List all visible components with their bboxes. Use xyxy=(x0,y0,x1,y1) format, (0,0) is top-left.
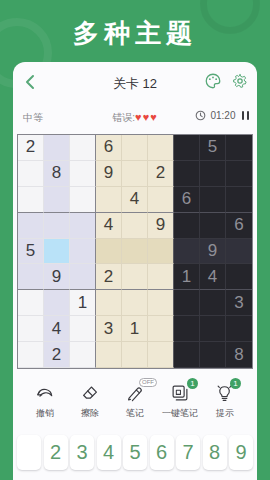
cell-r5c2[interactable] xyxy=(44,239,70,265)
auto-notes-count-badge: 1 xyxy=(187,378,198,389)
cell-r5c5[interactable] xyxy=(122,239,148,265)
tool-label: 撤销 xyxy=(36,407,54,420)
cell-r8c1[interactable] xyxy=(18,316,44,342)
cell-r7c4[interactable] xyxy=(96,290,122,316)
cell-r4c8[interactable] xyxy=(200,213,226,239)
numpad-key-9[interactable]: 9 xyxy=(229,435,253,470)
cell-r8c8[interactable] xyxy=(200,316,226,342)
cell-r1c4[interactable]: 6 xyxy=(96,135,122,161)
numpad-key-1-empty[interactable] xyxy=(17,435,41,470)
cell-r6c9[interactable] xyxy=(226,264,252,290)
cell-r5c7[interactable] xyxy=(174,239,200,265)
cell-r4c3[interactable] xyxy=(70,213,96,239)
pause-button[interactable] xyxy=(240,111,250,120)
cell-r9c9[interactable]: 8 xyxy=(226,342,252,368)
cell-r3c4[interactable] xyxy=(96,187,122,213)
cell-r8c7[interactable] xyxy=(174,316,200,342)
error-label: 错误: xyxy=(112,112,135,123)
cell-r9c6[interactable] xyxy=(148,342,174,368)
cell-r1c7[interactable] xyxy=(174,135,200,161)
promo-banner: 多种主题 xyxy=(0,0,270,62)
cell-r7c2[interactable] xyxy=(44,290,70,316)
timer-value: 01:20 xyxy=(210,110,235,121)
numpad-key-6[interactable]: 6 xyxy=(150,435,174,470)
cell-r9c4[interactable] xyxy=(96,342,122,368)
cell-r2c3[interactable] xyxy=(70,161,96,187)
numpad-key-4[interactable]: 4 xyxy=(97,435,121,470)
cell-r6c3[interactable] xyxy=(70,264,96,290)
cell-r1c1[interactable]: 2 xyxy=(18,135,44,161)
numpad-key-7[interactable]: 7 xyxy=(176,435,200,470)
numpad-key-2[interactable]: 2 xyxy=(44,435,68,470)
cell-r6c6[interactable] xyxy=(148,264,174,290)
cell-r2c9[interactable] xyxy=(226,161,252,187)
cell-r9c7[interactable] xyxy=(174,342,200,368)
cell-r4c6[interactable]: 9 xyxy=(148,213,174,239)
cell-r3c9[interactable] xyxy=(226,187,252,213)
cell-r8c3[interactable] xyxy=(70,316,96,342)
hearts: ♥♥♥ xyxy=(135,112,158,123)
cell-r3c7[interactable]: 6 xyxy=(174,187,200,213)
cell-r3c2[interactable] xyxy=(44,187,70,213)
cell-r6c7[interactable]: 1 xyxy=(174,264,200,290)
cell-r8c4[interactable]: 3 xyxy=(96,316,122,342)
cell-r4c9[interactable]: 6 xyxy=(226,213,252,239)
cell-r1c9[interactable] xyxy=(226,135,252,161)
cell-r1c2[interactable] xyxy=(44,135,70,161)
cell-r5c8[interactable]: 9 xyxy=(200,239,226,265)
undo-button[interactable]: 撤销 xyxy=(23,382,67,420)
palette-icon[interactable] xyxy=(204,72,222,90)
cell-r4c7[interactable] xyxy=(174,213,200,239)
cell-r8c6[interactable] xyxy=(148,316,174,342)
tool-label: 笔记 xyxy=(126,407,144,420)
cell-r6c1[interactable] xyxy=(18,264,44,290)
cell-r7c7[interactable] xyxy=(174,290,200,316)
cell-r2c1[interactable] xyxy=(18,161,44,187)
cell-r5c9[interactable] xyxy=(226,239,252,265)
cell-r4c2[interactable] xyxy=(44,213,70,239)
cell-r8c2[interactable]: 4 xyxy=(44,316,70,342)
cell-r2c8[interactable] xyxy=(200,161,226,187)
cell-r1c8[interactable]: 5 xyxy=(200,135,226,161)
cell-r4c1[interactable] xyxy=(18,213,44,239)
tool-label: 一键笔记 xyxy=(162,407,198,420)
cell-r6c2[interactable]: 9 xyxy=(44,264,70,290)
cell-r1c5[interactable] xyxy=(122,135,148,161)
hint-button[interactable]: 1 提示 xyxy=(203,382,247,420)
tool-label: 提示 xyxy=(216,407,234,420)
heart-icon: ♥ xyxy=(135,111,143,123)
app-header: 关卡 12 xyxy=(13,62,257,102)
timer-clock-icon xyxy=(195,110,206,121)
cell-r9c2[interactable]: 2 xyxy=(44,342,70,368)
heart-icon: ♥ xyxy=(150,111,158,123)
cell-r3c5[interactable]: 4 xyxy=(122,187,148,213)
cell-r7c8[interactable] xyxy=(200,290,226,316)
numpad-key-8[interactable]: 8 xyxy=(203,435,227,470)
cell-r2c4[interactable]: 9 xyxy=(96,161,122,187)
app-card: 关卡 12 中等 错误:♥♥♥ 01:20 2658924649 xyxy=(13,62,257,480)
tool-label: 擦除 xyxy=(81,407,99,420)
numpad-key-3[interactable]: 3 xyxy=(70,435,94,470)
cell-r2c5[interactable] xyxy=(122,161,148,187)
cell-r7c9[interactable]: 3 xyxy=(226,290,252,316)
cell-r9c3[interactable] xyxy=(70,342,96,368)
cell-r3c3[interactable] xyxy=(70,187,96,213)
cell-r6c4[interactable]: 2 xyxy=(96,264,122,290)
cell-r8c5[interactable]: 1 xyxy=(122,316,148,342)
cell-r5c1[interactable]: 5 xyxy=(18,239,44,265)
cell-r1c6[interactable] xyxy=(148,135,174,161)
undo-icon xyxy=(34,382,56,404)
cell-r3c8[interactable] xyxy=(200,187,226,213)
cell-r2c6[interactable]: 2 xyxy=(148,161,174,187)
cell-r6c8[interactable]: 4 xyxy=(200,264,226,290)
cell-r4c4[interactable]: 4 xyxy=(96,213,122,239)
numpad-key-5[interactable]: 5 xyxy=(123,435,147,470)
cell-r9c5[interactable] xyxy=(122,342,148,368)
notes-off-badge: OFF xyxy=(139,378,157,387)
cell-r1c3[interactable] xyxy=(70,135,96,161)
cell-r5c3[interactable] xyxy=(70,239,96,265)
cell-r2c2[interactable]: 8 xyxy=(44,161,70,187)
cell-r6c5[interactable] xyxy=(122,264,148,290)
notes-button[interactable]: OFF 笔记 xyxy=(113,382,157,420)
cell-r8c9[interactable] xyxy=(226,316,252,342)
cell-r7c1[interactable] xyxy=(18,290,44,316)
hint-count-badge: 1 xyxy=(230,378,241,389)
eraser-icon xyxy=(79,382,101,404)
cell-r4c5[interactable] xyxy=(122,213,148,239)
cell-r7c6[interactable] xyxy=(148,290,174,316)
cell-r7c5[interactable] xyxy=(122,290,148,316)
cell-r5c4[interactable] xyxy=(96,239,122,265)
erase-button[interactable]: 擦除 xyxy=(68,382,112,420)
cell-r5c6[interactable] xyxy=(148,239,174,265)
sudoku-board: 265892464965992141343128 xyxy=(17,134,253,369)
gear-icon[interactable] xyxy=(231,72,249,90)
status-bar: 中等 错误:♥♥♥ 01:20 xyxy=(13,109,257,127)
cell-r9c8[interactable] xyxy=(200,342,226,368)
cell-r7c3[interactable]: 1 xyxy=(70,290,96,316)
toolbar: 撤销 擦除 OFF 笔记 1 一键笔记 xyxy=(13,382,257,420)
number-pad: 23456789 xyxy=(13,435,257,470)
cell-r3c6[interactable] xyxy=(148,187,174,213)
cell-r2c7[interactable] xyxy=(174,161,200,187)
one-key-notes-button[interactable]: 1 一键笔记 xyxy=(158,382,202,420)
cell-r3c1[interactable] xyxy=(18,187,44,213)
cell-r9c1[interactable] xyxy=(18,342,44,368)
